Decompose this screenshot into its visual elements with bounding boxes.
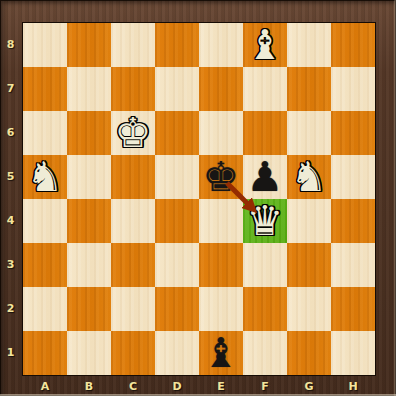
square-f7[interactable]	[243, 67, 287, 111]
square-a8[interactable]	[23, 23, 67, 67]
piece-white-king[interactable]: ♚	[115, 111, 152, 155]
square-a7[interactable]	[23, 67, 67, 111]
square-e4[interactable]	[199, 199, 243, 243]
square-f6[interactable]	[243, 111, 287, 155]
piece-black-pawn[interactable]: ♟	[247, 155, 284, 199]
square-h6[interactable]	[331, 111, 375, 155]
file-label-e: E	[199, 377, 243, 395]
file-label-b: B	[67, 377, 111, 395]
square-e3[interactable]	[199, 243, 243, 287]
square-a2[interactable]	[23, 287, 67, 331]
square-b7[interactable]	[67, 67, 111, 111]
square-d3[interactable]	[155, 243, 199, 287]
file-label-h: H	[331, 377, 375, 395]
chessboard-widget: ♝♚♞♚♟♞♛♝ 87654321 ABCDEFGH	[0, 0, 396, 396]
file-label-f: F	[243, 377, 287, 395]
rank-label-7: 7	[0, 66, 21, 110]
rank-label-5: 5	[0, 154, 21, 198]
piece-black-bishop[interactable]: ♝	[203, 331, 240, 375]
piece-white-knight[interactable]: ♞	[27, 155, 64, 199]
square-f3[interactable]	[243, 243, 287, 287]
square-c8[interactable]	[111, 23, 155, 67]
square-c2[interactable]	[111, 287, 155, 331]
square-d7[interactable]	[155, 67, 199, 111]
square-d1[interactable]	[155, 331, 199, 375]
square-d2[interactable]	[155, 287, 199, 331]
rank-label-8: 8	[0, 22, 21, 66]
rank-label-2: 2	[0, 286, 21, 330]
square-g3[interactable]	[287, 243, 331, 287]
square-c7[interactable]	[111, 67, 155, 111]
file-label-g: G	[287, 377, 331, 395]
square-f1[interactable]	[243, 331, 287, 375]
square-b2[interactable]	[67, 287, 111, 331]
square-h4[interactable]	[331, 199, 375, 243]
square-a5[interactable]: ♞	[23, 155, 67, 199]
square-c6[interactable]: ♚	[111, 111, 155, 155]
square-h1[interactable]	[331, 331, 375, 375]
square-f8[interactable]: ♝	[243, 23, 287, 67]
square-a1[interactable]	[23, 331, 67, 375]
square-h3[interactable]	[331, 243, 375, 287]
square-c1[interactable]	[111, 331, 155, 375]
square-g4[interactable]	[287, 199, 331, 243]
square-g8[interactable]	[287, 23, 331, 67]
square-h8[interactable]	[331, 23, 375, 67]
piece-white-knight[interactable]: ♞	[291, 155, 328, 199]
piece-white-queen[interactable]: ♛	[247, 199, 284, 243]
square-h5[interactable]	[331, 155, 375, 199]
square-f4[interactable]: ♛	[243, 199, 287, 243]
square-c3[interactable]	[111, 243, 155, 287]
square-b1[interactable]	[67, 331, 111, 375]
square-h2[interactable]	[331, 287, 375, 331]
square-b5[interactable]	[67, 155, 111, 199]
square-b8[interactable]	[67, 23, 111, 67]
square-e1[interactable]: ♝	[199, 331, 243, 375]
rank-label-1: 1	[0, 330, 21, 374]
file-label-a: A	[23, 377, 67, 395]
square-g6[interactable]	[287, 111, 331, 155]
square-g5[interactable]: ♞	[287, 155, 331, 199]
square-a3[interactable]	[23, 243, 67, 287]
piece-black-king[interactable]: ♚	[203, 155, 240, 199]
rank-label-3: 3	[0, 242, 21, 286]
square-e5[interactable]: ♚	[199, 155, 243, 199]
file-label-c: C	[111, 377, 155, 395]
square-g2[interactable]	[287, 287, 331, 331]
file-label-d: D	[155, 377, 199, 395]
square-a6[interactable]	[23, 111, 67, 155]
square-f2[interactable]	[243, 287, 287, 331]
square-h7[interactable]	[331, 67, 375, 111]
square-b4[interactable]	[67, 199, 111, 243]
square-g7[interactable]	[287, 67, 331, 111]
square-c4[interactable]	[111, 199, 155, 243]
square-a4[interactable]	[23, 199, 67, 243]
square-e8[interactable]	[199, 23, 243, 67]
rank-label-4: 4	[0, 198, 21, 242]
square-c5[interactable]	[111, 155, 155, 199]
square-f5[interactable]: ♟	[243, 155, 287, 199]
square-g1[interactable]	[287, 331, 331, 375]
rank-label-6: 6	[0, 110, 21, 154]
square-e6[interactable]	[199, 111, 243, 155]
square-d4[interactable]	[155, 199, 199, 243]
square-e7[interactable]	[199, 67, 243, 111]
square-e2[interactable]	[199, 287, 243, 331]
piece-white-bishop[interactable]: ♝	[247, 23, 284, 67]
chess-board: ♝♚♞♚♟♞♛♝	[22, 22, 376, 376]
square-d8[interactable]	[155, 23, 199, 67]
square-d5[interactable]	[155, 155, 199, 199]
square-d6[interactable]	[155, 111, 199, 155]
square-b3[interactable]	[67, 243, 111, 287]
square-b6[interactable]	[67, 111, 111, 155]
